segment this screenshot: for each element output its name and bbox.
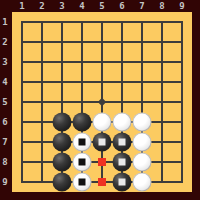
square-marker [79, 179, 86, 186]
black-stone [73, 113, 92, 132]
coord-label-left-2: 2 [2, 38, 7, 47]
white-stone [93, 113, 112, 132]
square-marker [119, 139, 126, 146]
coord-label-top-3: 3 [59, 2, 64, 11]
white-stone [113, 113, 132, 132]
grid-line-vertical [181, 21, 183, 183]
coord-label-left-1: 1 [2, 18, 7, 27]
grid-line-vertical [161, 21, 163, 183]
white-stone [133, 173, 152, 192]
black-stone [53, 173, 72, 192]
square-marker [99, 139, 106, 146]
red-square-marker [98, 178, 106, 186]
coord-label-top-5: 5 [99, 2, 104, 11]
coord-label-top-2: 2 [39, 2, 44, 11]
black-stone [53, 153, 72, 172]
white-stone [133, 113, 152, 132]
black-stone [53, 113, 72, 132]
coord-label-top-6: 6 [119, 2, 124, 11]
red-square-marker [98, 158, 106, 166]
square-marker [79, 139, 86, 146]
white-stone [133, 133, 152, 152]
coord-label-top-9: 9 [179, 2, 184, 11]
star-point [98, 98, 106, 106]
coord-label-left-5: 5 [2, 98, 7, 107]
square-marker [119, 159, 126, 166]
coord-label-left-4: 4 [2, 78, 7, 87]
go-app-screen: 123456789 123456789 [0, 0, 200, 200]
black-stone [53, 133, 72, 152]
coord-label-left-6: 6 [2, 118, 7, 127]
coord-label-left-3: 3 [2, 58, 7, 67]
white-stone [133, 153, 152, 172]
coord-label-top-7: 7 [139, 2, 144, 11]
coord-label-left-7: 7 [2, 138, 7, 147]
square-marker [119, 179, 126, 186]
coord-label-top-1: 1 [19, 2, 24, 11]
coord-label-top-4: 4 [79, 2, 84, 11]
coord-label-left-8: 8 [2, 158, 7, 167]
coord-label-left-9: 9 [2, 178, 7, 187]
square-marker [79, 159, 86, 166]
coord-label-top-8: 8 [159, 2, 164, 11]
go-board[interactable] [12, 12, 192, 192]
